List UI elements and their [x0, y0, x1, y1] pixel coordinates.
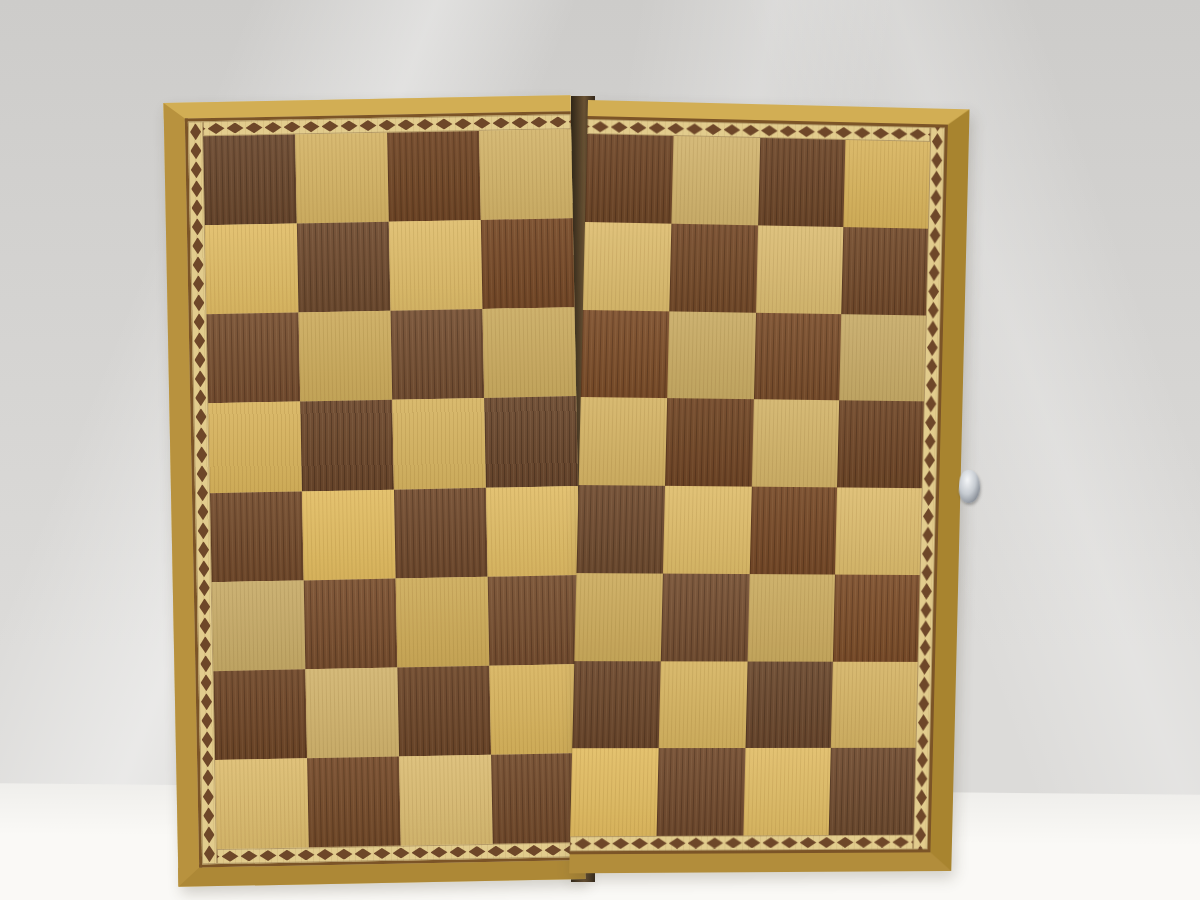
inlay-diamond-icon — [631, 838, 648, 849]
square-g1[interactable] — [743, 748, 831, 835]
square-c6[interactable] — [391, 309, 485, 400]
inlay-diamond-icon — [492, 117, 509, 128]
square-e5[interactable] — [579, 397, 668, 486]
inlay-diamond-icon — [196, 465, 207, 482]
inlay-diamond-icon — [926, 358, 937, 375]
inlay-diamond-icon — [629, 122, 646, 133]
inlay-diamond-icon — [378, 120, 395, 131]
inlay-diamond-icon — [416, 119, 433, 130]
inlay-diamond-icon — [925, 395, 936, 412]
inlay-diamond-icon — [923, 489, 934, 506]
inlay-diamond-icon — [874, 837, 891, 848]
inlay-diamond-icon — [283, 121, 300, 132]
inlay-diamond-icon — [927, 320, 938, 337]
inlay-diamond-icon — [221, 851, 238, 862]
inlay-diamond-icon — [612, 838, 629, 849]
inlay-diamond-icon — [835, 127, 852, 138]
inlay-diamond-icon — [920, 620, 931, 637]
inlay-diamond-icon — [217, 851, 220, 862]
inlay-diamond-icon — [506, 845, 523, 856]
inlay-diamond-icon — [204, 845, 215, 862]
board-right-panel-inner — [570, 116, 948, 854]
square-d2[interactable] — [489, 664, 583, 755]
inlay-diamond-icon — [930, 208, 941, 225]
inlay-diamond-icon — [200, 655, 211, 672]
inlay-diamond-icon — [817, 126, 834, 137]
inlay-diamond-icon — [199, 617, 210, 634]
inlay-diamond-icon — [203, 807, 214, 824]
square-g3[interactable] — [747, 574, 835, 661]
square-h5[interactable] — [837, 401, 924, 489]
inlay-diamond-icon — [922, 545, 933, 562]
inlay-diamond-icon — [200, 674, 211, 691]
inlay-diamond-icon — [191, 161, 202, 178]
inlay-diamond-icon — [198, 560, 209, 577]
inlay-diamond-icon — [191, 180, 202, 197]
square-f6[interactable] — [667, 311, 755, 400]
inlay-diamond-icon — [925, 414, 936, 431]
square-e8[interactable] — [585, 134, 674, 223]
square-c8[interactable] — [387, 131, 481, 222]
inlay-diamond-icon — [202, 731, 213, 748]
square-h2[interactable] — [831, 661, 918, 748]
inlay-diamond-icon — [207, 123, 224, 134]
board-right-panel — [569, 100, 969, 873]
inlay-diamond-icon — [930, 189, 941, 206]
inlay-diamond-icon — [192, 256, 203, 273]
inlay-diamond-icon — [354, 848, 371, 859]
inlay-diamond-icon — [917, 733, 928, 750]
inlay-diamond-icon — [302, 121, 319, 132]
inlay-diamond-icon — [927, 339, 938, 356]
inlay-diamond-icon — [197, 484, 208, 501]
inlay-diamond-icon — [872, 128, 889, 139]
square-b7[interactable] — [297, 222, 391, 313]
inlay-diamond-icon — [929, 246, 940, 263]
inlay-diamond-icon — [930, 227, 941, 244]
square-c2[interactable] — [397, 666, 491, 757]
inlay-diamond-icon — [321, 121, 338, 132]
inlay-diamond-icon — [278, 850, 295, 861]
inlay-diamond-icon — [198, 541, 209, 558]
inlay-diamond-icon — [195, 408, 206, 425]
square-d5[interactable] — [484, 396, 578, 487]
inlay-diamond-icon — [800, 837, 817, 848]
inlay-diamond-icon — [203, 123, 206, 134]
inlay-diamond-icon — [761, 125, 778, 136]
square-f5[interactable] — [665, 398, 753, 486]
square-g5[interactable] — [751, 399, 839, 487]
square-f1[interactable] — [657, 748, 745, 836]
inlay-diamond-icon — [837, 837, 854, 848]
square-a3[interactable] — [212, 580, 306, 671]
square-g8[interactable] — [758, 138, 846, 227]
square-c5[interactable] — [392, 398, 486, 489]
inlay-diamond-icon — [855, 837, 872, 848]
inlay-diamond-icon — [200, 636, 211, 653]
board-left-panel-inner — [185, 111, 585, 867]
inlay-diamond-icon — [245, 122, 262, 133]
square-c7[interactable] — [389, 220, 483, 311]
inlay-diamond-icon — [297, 849, 314, 860]
inlay-diamond-icon — [193, 275, 204, 292]
inlay-diamond-icon — [197, 503, 208, 520]
inlay-diamond-icon — [650, 838, 667, 849]
square-g6[interactable] — [753, 312, 841, 400]
square-b2[interactable] — [305, 667, 399, 758]
inlay-diamond-icon — [931, 171, 942, 188]
square-b3[interactable] — [304, 578, 398, 669]
inlay-diamond-icon — [397, 119, 414, 130]
inlay-diamond-icon — [568, 116, 571, 127]
inlay-diamond-icon — [264, 122, 281, 133]
inlay-diamond-icon — [781, 837, 798, 848]
inlay-diamond-icon — [687, 838, 704, 849]
inlay-diamond-icon — [706, 838, 723, 849]
inlay-diamond-icon — [201, 693, 212, 710]
square-g7[interactable] — [756, 225, 844, 314]
inlay-diamond-icon — [921, 583, 932, 600]
inlay-diamond-icon — [916, 789, 927, 806]
inlay-diamond-icon — [798, 126, 815, 137]
inlay-diamond-icon — [194, 351, 205, 368]
inlay-diamond-icon — [592, 121, 609, 132]
square-a1[interactable] — [215, 758, 309, 849]
checkerboard-left-half — [203, 129, 585, 849]
square-a5[interactable] — [208, 402, 302, 493]
inlay-diamond-icon — [915, 827, 926, 844]
inlay-diamond-icon — [449, 846, 466, 857]
inlay-diamond-icon — [191, 199, 202, 216]
inlay-diamond-icon — [259, 850, 276, 861]
inlay-diamond-icon — [190, 142, 201, 159]
inlay-diamond-icon — [705, 124, 722, 135]
inlay-diamond-icon — [762, 837, 779, 848]
inlay-diamond-icon — [190, 123, 201, 140]
inlay-diamond-icon — [648, 122, 665, 133]
square-d8[interactable] — [479, 129, 573, 220]
inlay-diamond-icon — [574, 838, 591, 849]
inlay-diamond-icon — [919, 677, 930, 694]
inlay-diamond-icon — [744, 837, 761, 848]
inlay-diamond-icon — [194, 332, 205, 349]
inlay-diamond-icon — [199, 598, 210, 615]
inlay-diamond-icon — [192, 218, 203, 235]
inlay-diamond-icon — [909, 129, 926, 140]
inlay-diamond-icon — [915, 845, 926, 849]
board-left-panel — [164, 95, 586, 887]
inlay-diamond-icon — [373, 848, 390, 859]
inlay-diamond-icon — [669, 838, 686, 849]
inlay-diamond-icon — [920, 639, 931, 656]
inlay-diamond-icon — [916, 770, 927, 787]
inlay-diamond-icon — [723, 124, 740, 135]
photo-scene — [0, 0, 1200, 900]
square-h7[interactable] — [841, 227, 928, 315]
inlay-diamond-icon — [359, 120, 376, 131]
inlay-diamond-icon — [924, 470, 935, 487]
inlay-diamond-icon — [917, 752, 928, 769]
square-c1[interactable] — [399, 755, 493, 846]
inlay-diamond-icon — [892, 837, 909, 848]
inlay-diamond-icon — [196, 427, 207, 444]
inlay-diamond-icon — [921, 602, 932, 619]
inlay-diamond-icon — [779, 126, 796, 137]
inlay-diamond-icon — [525, 845, 542, 856]
inlay-diamond-icon — [686, 123, 703, 134]
square-b1[interactable] — [307, 756, 401, 847]
inlay-diamond-icon — [335, 848, 352, 859]
inlay-diamond-icon — [931, 152, 942, 169]
inlay-diamond-icon — [202, 769, 213, 786]
inlay-diamond-icon — [725, 837, 742, 848]
square-e7[interactable] — [583, 222, 672, 311]
inlay-diamond-icon — [926, 377, 937, 394]
inlay-diamond-icon — [195, 389, 206, 406]
square-c3[interactable] — [396, 576, 490, 667]
square-a8[interactable] — [203, 134, 297, 225]
inlay-diamond-icon — [742, 125, 759, 136]
square-h3[interactable] — [833, 574, 920, 661]
square-f3[interactable] — [661, 573, 749, 661]
square-d6[interactable] — [483, 307, 577, 398]
square-h4[interactable] — [835, 487, 922, 574]
inlay-diamond-icon — [240, 850, 257, 861]
square-e2[interactable] — [572, 661, 661, 749]
inlay-diamond-icon — [430, 847, 447, 858]
inlay-diamond-icon — [454, 118, 471, 129]
square-e6[interactable] — [581, 309, 670, 398]
inlay-diamond-icon — [921, 564, 932, 581]
inlay-diamond-icon — [922, 527, 933, 544]
inlay-diamond-icon — [194, 313, 205, 330]
inlay-diamond-icon — [924, 452, 935, 469]
square-d7[interactable] — [481, 218, 575, 309]
inlay-diamond-icon — [340, 120, 357, 131]
diamond-inlay-strip-bottom — [570, 835, 914, 852]
inlay-diamond-icon — [198, 522, 209, 539]
square-h8[interactable] — [843, 140, 930, 229]
inlay-diamond-icon — [392, 847, 409, 858]
inlay-diamond-icon — [928, 283, 939, 300]
square-f7[interactable] — [670, 223, 758, 312]
inlay-diamond-icon — [468, 846, 485, 857]
square-e1[interactable] — [570, 748, 659, 836]
inlay-diamond-icon — [487, 846, 504, 857]
metal-clasp-latch — [958, 469, 981, 503]
square-b6[interactable] — [299, 311, 393, 402]
inlay-diamond-icon — [199, 579, 210, 596]
square-e4[interactable] — [576, 485, 665, 573]
inlay-diamond-icon — [511, 117, 528, 128]
square-a6[interactable] — [207, 313, 301, 404]
inlay-diamond-icon — [203, 788, 214, 805]
inlay-diamond-icon — [916, 808, 927, 825]
inlay-diamond-icon — [473, 118, 490, 129]
inlay-diamond-icon — [891, 128, 908, 139]
inlay-diamond-icon — [203, 826, 214, 843]
checkerboard-right-half — [570, 134, 930, 836]
inlay-diamond-icon — [918, 695, 929, 712]
inlay-diamond-icon — [411, 847, 428, 858]
square-g4[interactable] — [749, 487, 837, 575]
inlay-diamond-icon — [530, 117, 547, 128]
square-d3[interactable] — [488, 575, 582, 666]
inlay-diamond-icon — [919, 658, 930, 675]
square-a2[interactable] — [213, 669, 307, 760]
square-c4[interactable] — [394, 487, 488, 578]
square-f2[interactable] — [659, 661, 747, 749]
square-e3[interactable] — [574, 573, 663, 661]
inlay-diamond-icon — [196, 446, 207, 463]
square-h6[interactable] — [839, 314, 926, 402]
inlay-diamond-icon — [667, 123, 684, 134]
inlay-diamond-icon — [611, 122, 628, 133]
inlay-diamond-icon — [193, 294, 204, 311]
inlay-diamond-icon — [587, 121, 590, 132]
square-h1[interactable] — [828, 748, 915, 835]
square-a4[interactable] — [210, 491, 304, 582]
square-d4[interactable] — [486, 486, 580, 577]
square-b4[interactable] — [302, 489, 396, 580]
inlay-diamond-icon — [549, 116, 566, 127]
square-a7[interactable] — [205, 224, 299, 315]
inlay-diamond-icon — [929, 264, 940, 281]
inlay-diamond-icon — [923, 508, 934, 525]
inlay-diamond-icon — [435, 118, 452, 129]
square-g2[interactable] — [745, 661, 833, 748]
inlay-diamond-icon — [925, 433, 936, 450]
inlay-diamond-icon — [195, 370, 206, 387]
inlay-diamond-icon — [201, 712, 212, 729]
inlay-diamond-icon — [854, 127, 871, 138]
inlay-diamond-icon — [932, 133, 943, 150]
inlay-diamond-icon — [570, 838, 573, 849]
inlay-diamond-icon — [192, 237, 203, 254]
square-b8[interactable] — [295, 133, 389, 224]
inlay-diamond-icon — [202, 750, 213, 767]
inlay-diamond-icon — [928, 302, 939, 319]
inlay-diamond-icon — [544, 844, 561, 855]
square-b5[interactable] — [300, 400, 394, 491]
inlay-diamond-icon — [818, 837, 835, 848]
square-f4[interactable] — [663, 486, 751, 574]
inlay-diamond-icon — [226, 122, 243, 133]
inlay-diamond-icon — [593, 838, 610, 849]
inlay-diamond-icon — [316, 849, 333, 860]
inlay-diamond-icon — [932, 127, 943, 131]
square-f8[interactable] — [672, 136, 760, 225]
inlay-diamond-icon — [918, 714, 929, 731]
